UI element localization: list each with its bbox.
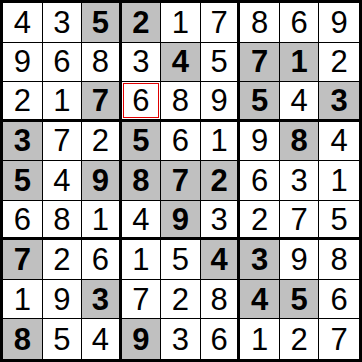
cell-r4c3[interactable]: 2 [82, 122, 122, 162]
cell-r3c1[interactable]: 2 [3, 82, 43, 122]
cell-r3c9[interactable]: 3 [319, 82, 359, 122]
cell-r3c4[interactable]: 6 [122, 82, 162, 122]
cell-r9c5[interactable]: 3 [161, 319, 201, 359]
cell-r2c2[interactable]: 6 [43, 43, 83, 83]
cell-r5c5[interactable]: 7 [161, 161, 201, 201]
cell-r4c5[interactable]: 6 [161, 122, 201, 162]
cell-r9c7[interactable]: 1 [240, 319, 280, 359]
cell-r5c9[interactable]: 1 [319, 161, 359, 201]
cell-r1c4[interactable]: 2 [122, 3, 162, 43]
cell-r7c8[interactable]: 9 [280, 240, 320, 280]
cell-r7c1[interactable]: 7 [3, 240, 43, 280]
cell-r7c2[interactable]: 2 [43, 240, 83, 280]
cell-r4c1[interactable]: 3 [3, 122, 43, 162]
cell-r5c1[interactable]: 5 [3, 161, 43, 201]
cell-r7c7[interactable]: 3 [240, 240, 280, 280]
cell-r6c1[interactable]: 6 [3, 201, 43, 241]
cell-r6c4[interactable]: 4 [122, 201, 162, 241]
cell-r6c6[interactable]: 3 [201, 201, 241, 241]
cell-r2c8[interactable]: 1 [280, 43, 320, 83]
cell-r3c8[interactable]: 4 [280, 82, 320, 122]
cell-r6c5[interactable]: 9 [161, 201, 201, 241]
cell-r7c6[interactable]: 4 [201, 240, 241, 280]
cell-r1c8[interactable]: 6 [280, 3, 320, 43]
cell-r8c4[interactable]: 7 [122, 280, 162, 320]
cell-r3c7[interactable]: 5 [240, 82, 280, 122]
cell-r5c3[interactable]: 9 [82, 161, 122, 201]
cell-r1c5[interactable]: 1 [161, 3, 201, 43]
cell-r6c2[interactable]: 8 [43, 201, 83, 241]
cell-r2c3[interactable]: 8 [82, 43, 122, 83]
cell-r4c7[interactable]: 9 [240, 122, 280, 162]
cell-r3c2[interactable]: 1 [43, 82, 83, 122]
cell-r8c6[interactable]: 8 [201, 280, 241, 320]
cell-r6c7[interactable]: 2 [240, 201, 280, 241]
cell-r1c2[interactable]: 3 [43, 3, 83, 43]
cell-r2c5[interactable]: 4 [161, 43, 201, 83]
cell-r4c9[interactable]: 4 [319, 122, 359, 162]
cell-r8c2[interactable]: 9 [43, 280, 83, 320]
cell-r4c8[interactable]: 8 [280, 122, 320, 162]
cell-r9c9[interactable]: 7 [319, 319, 359, 359]
cell-r3c5[interactable]: 8 [161, 82, 201, 122]
cell-r9c6[interactable]: 6 [201, 319, 241, 359]
cell-r5c8[interactable]: 3 [280, 161, 320, 201]
cell-r3c6[interactable]: 9 [201, 82, 241, 122]
cell-r9c3[interactable]: 4 [82, 319, 122, 359]
cell-r8c7[interactable]: 4 [240, 280, 280, 320]
cell-r8c8[interactable]: 5 [280, 280, 320, 320]
cell-r2c7[interactable]: 7 [240, 43, 280, 83]
cell-r1c9[interactable]: 9 [319, 3, 359, 43]
cell-r9c2[interactable]: 5 [43, 319, 83, 359]
cell-r5c2[interactable]: 4 [43, 161, 83, 201]
cell-r6c3[interactable]: 1 [82, 201, 122, 241]
cell-r8c9[interactable]: 6 [319, 280, 359, 320]
cell-r6c9[interactable]: 5 [319, 201, 359, 241]
cell-r7c5[interactable]: 5 [161, 240, 201, 280]
cell-r1c3[interactable]: 5 [82, 3, 122, 43]
cell-r7c9[interactable]: 8 [319, 240, 359, 280]
cell-r2c9[interactable]: 2 [319, 43, 359, 83]
cell-r9c1[interactable]: 8 [3, 319, 43, 359]
cell-r8c5[interactable]: 2 [161, 280, 201, 320]
cell-r7c4[interactable]: 1 [122, 240, 162, 280]
cell-r4c6[interactable]: 1 [201, 122, 241, 162]
cell-r2c1[interactable]: 9 [3, 43, 43, 83]
cell-r8c1[interactable]: 1 [3, 280, 43, 320]
cell-r4c2[interactable]: 7 [43, 122, 83, 162]
cell-r9c8[interactable]: 2 [280, 319, 320, 359]
cell-r5c7[interactable]: 6 [240, 161, 280, 201]
cell-r8c3[interactable]: 3 [82, 280, 122, 320]
cell-r6c8[interactable]: 7 [280, 201, 320, 241]
cell-r5c6[interactable]: 2 [201, 161, 241, 201]
cell-r2c6[interactable]: 5 [201, 43, 241, 83]
cell-r4c4[interactable]: 5 [122, 122, 162, 162]
cell-r1c7[interactable]: 8 [240, 3, 280, 43]
cell-r3c3[interactable]: 7 [82, 82, 122, 122]
cell-r5c4[interactable]: 8 [122, 161, 162, 201]
sudoku-board: 4352178699683457122176895433725619845498… [0, 0, 362, 362]
cell-r1c6[interactable]: 7 [201, 3, 241, 43]
cell-r9c4[interactable]: 9 [122, 319, 162, 359]
cell-r7c3[interactable]: 6 [82, 240, 122, 280]
cell-r1c1[interactable]: 4 [3, 3, 43, 43]
cell-r2c4[interactable]: 3 [122, 43, 162, 83]
